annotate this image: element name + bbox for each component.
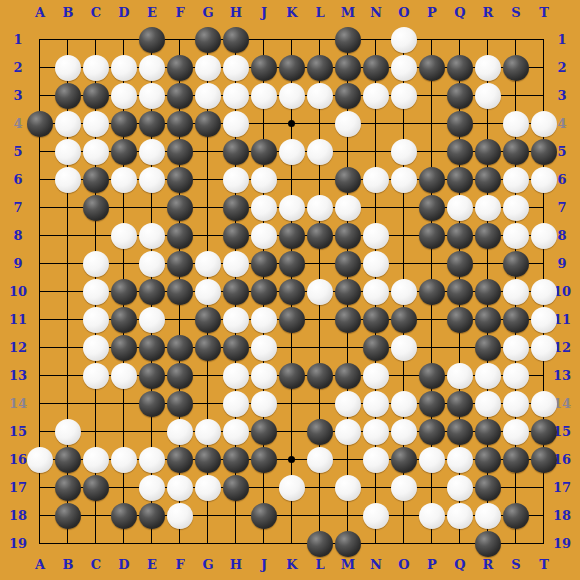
cell-S1[interactable] (502, 26, 530, 54)
cell-H17[interactable] (222, 474, 250, 502)
cell-D14[interactable] (110, 390, 138, 418)
cell-P7[interactable] (418, 194, 446, 222)
cell-F4[interactable] (166, 110, 194, 138)
cell-T11[interactable] (530, 306, 558, 334)
cell-Q7[interactable] (446, 194, 474, 222)
cell-H19[interactable] (222, 530, 250, 558)
cell-R10[interactable] (474, 278, 502, 306)
cell-G5[interactable] (194, 138, 222, 166)
cell-K17[interactable] (278, 474, 306, 502)
cell-L8[interactable] (306, 222, 334, 250)
cell-E7[interactable] (138, 194, 166, 222)
cell-K6[interactable] (278, 166, 306, 194)
cell-F1[interactable] (166, 26, 194, 54)
cell-M1[interactable] (334, 26, 362, 54)
cell-A4[interactable] (26, 110, 54, 138)
cell-T13[interactable] (530, 362, 558, 390)
cell-D11[interactable] (110, 306, 138, 334)
cell-B6[interactable] (54, 166, 82, 194)
cell-E11[interactable] (138, 306, 166, 334)
cell-F5[interactable] (166, 138, 194, 166)
cell-A7[interactable] (26, 194, 54, 222)
cell-E4[interactable] (138, 110, 166, 138)
cell-O1[interactable] (390, 26, 418, 54)
cell-F18[interactable] (166, 502, 194, 530)
cell-B1[interactable] (54, 26, 82, 54)
cell-E3[interactable] (138, 82, 166, 110)
cell-D7[interactable] (110, 194, 138, 222)
cell-R1[interactable] (474, 26, 502, 54)
cell-A3[interactable] (26, 82, 54, 110)
cell-T9[interactable] (530, 250, 558, 278)
cell-Q19[interactable] (446, 530, 474, 558)
cell-M9[interactable] (334, 250, 362, 278)
cell-B10[interactable] (54, 278, 82, 306)
cell-K4[interactable] (278, 110, 306, 138)
cell-J4[interactable] (250, 110, 278, 138)
cell-O5[interactable] (390, 138, 418, 166)
cell-B19[interactable] (54, 530, 82, 558)
cell-E16[interactable] (138, 446, 166, 474)
cell-M8[interactable] (334, 222, 362, 250)
cell-O15[interactable] (390, 418, 418, 446)
cell-J7[interactable] (250, 194, 278, 222)
cell-M19[interactable] (334, 530, 362, 558)
cell-K15[interactable] (278, 418, 306, 446)
cell-F9[interactable] (166, 250, 194, 278)
cell-S10[interactable] (502, 278, 530, 306)
cell-Q11[interactable] (446, 306, 474, 334)
cell-P18[interactable] (418, 502, 446, 530)
cell-J2[interactable] (250, 54, 278, 82)
cell-M11[interactable] (334, 306, 362, 334)
cell-S19[interactable] (502, 530, 530, 558)
cell-L5[interactable] (306, 138, 334, 166)
cell-E2[interactable] (138, 54, 166, 82)
cell-H14[interactable] (222, 390, 250, 418)
cell-A19[interactable] (26, 530, 54, 558)
cell-L6[interactable] (306, 166, 334, 194)
cell-C8[interactable] (82, 222, 110, 250)
cell-S9[interactable] (502, 250, 530, 278)
cell-G11[interactable] (194, 306, 222, 334)
cell-P1[interactable] (418, 26, 446, 54)
cell-Q5[interactable] (446, 138, 474, 166)
cell-A10[interactable] (26, 278, 54, 306)
cell-S4[interactable] (502, 110, 530, 138)
cell-P10[interactable] (418, 278, 446, 306)
cell-S14[interactable] (502, 390, 530, 418)
cell-N13[interactable] (362, 362, 390, 390)
cell-J9[interactable] (250, 250, 278, 278)
cell-H3[interactable] (222, 82, 250, 110)
cell-B12[interactable] (54, 334, 82, 362)
cell-G8[interactable] (194, 222, 222, 250)
cell-K5[interactable] (278, 138, 306, 166)
cell-C5[interactable] (82, 138, 110, 166)
cell-P15[interactable] (418, 418, 446, 446)
cell-H7[interactable] (222, 194, 250, 222)
cell-C10[interactable] (82, 278, 110, 306)
cell-S2[interactable] (502, 54, 530, 82)
cell-P13[interactable] (418, 362, 446, 390)
cell-M12[interactable] (334, 334, 362, 362)
cell-H5[interactable] (222, 138, 250, 166)
cell-L3[interactable] (306, 82, 334, 110)
cell-B2[interactable] (54, 54, 82, 82)
cell-R9[interactable] (474, 250, 502, 278)
cell-A9[interactable] (26, 250, 54, 278)
cell-Q18[interactable] (446, 502, 474, 530)
cell-Q2[interactable] (446, 54, 474, 82)
cell-J1[interactable] (250, 26, 278, 54)
cell-R16[interactable] (474, 446, 502, 474)
cell-A1[interactable] (26, 26, 54, 54)
cell-H6[interactable] (222, 166, 250, 194)
cell-D13[interactable] (110, 362, 138, 390)
cell-H2[interactable] (222, 54, 250, 82)
cell-N11[interactable] (362, 306, 390, 334)
cell-B17[interactable] (54, 474, 82, 502)
cell-C3[interactable] (82, 82, 110, 110)
cell-G12[interactable] (194, 334, 222, 362)
cell-N10[interactable] (362, 278, 390, 306)
cell-K14[interactable] (278, 390, 306, 418)
cell-O12[interactable] (390, 334, 418, 362)
cell-P5[interactable] (418, 138, 446, 166)
cell-B18[interactable] (54, 502, 82, 530)
cell-J6[interactable] (250, 166, 278, 194)
cell-F17[interactable] (166, 474, 194, 502)
cell-C12[interactable] (82, 334, 110, 362)
cell-C11[interactable] (82, 306, 110, 334)
cell-M4[interactable] (334, 110, 362, 138)
cell-M16[interactable] (334, 446, 362, 474)
cell-P6[interactable] (418, 166, 446, 194)
cell-R19[interactable] (474, 530, 502, 558)
cell-S16[interactable] (502, 446, 530, 474)
cell-P16[interactable] (418, 446, 446, 474)
cell-A12[interactable] (26, 334, 54, 362)
cell-A11[interactable] (26, 306, 54, 334)
cell-O16[interactable] (390, 446, 418, 474)
cell-D9[interactable] (110, 250, 138, 278)
cell-S12[interactable] (502, 334, 530, 362)
cell-Q9[interactable] (446, 250, 474, 278)
cell-E19[interactable] (138, 530, 166, 558)
cell-D10[interactable] (110, 278, 138, 306)
cell-M5[interactable] (334, 138, 362, 166)
cell-D1[interactable] (110, 26, 138, 54)
cell-D2[interactable] (110, 54, 138, 82)
cell-H12[interactable] (222, 334, 250, 362)
cell-R15[interactable] (474, 418, 502, 446)
cell-N16[interactable] (362, 446, 390, 474)
cell-P8[interactable] (418, 222, 446, 250)
cell-C17[interactable] (82, 474, 110, 502)
cell-E6[interactable] (138, 166, 166, 194)
cell-F14[interactable] (166, 390, 194, 418)
cell-M15[interactable] (334, 418, 362, 446)
cell-O6[interactable] (390, 166, 418, 194)
cell-R8[interactable] (474, 222, 502, 250)
cell-T12[interactable] (530, 334, 558, 362)
cell-J18[interactable] (250, 502, 278, 530)
cell-Q6[interactable] (446, 166, 474, 194)
cell-Q16[interactable] (446, 446, 474, 474)
cell-J10[interactable] (250, 278, 278, 306)
cell-P9[interactable] (418, 250, 446, 278)
cell-G16[interactable] (194, 446, 222, 474)
cell-L12[interactable] (306, 334, 334, 362)
cell-R12[interactable] (474, 334, 502, 362)
cell-P11[interactable] (418, 306, 446, 334)
cell-F8[interactable] (166, 222, 194, 250)
cell-N1[interactable] (362, 26, 390, 54)
cell-P4[interactable] (418, 110, 446, 138)
cell-H1[interactable] (222, 26, 250, 54)
cell-H11[interactable] (222, 306, 250, 334)
cell-F3[interactable] (166, 82, 194, 110)
cell-L7[interactable] (306, 194, 334, 222)
cell-Q8[interactable] (446, 222, 474, 250)
cell-E18[interactable] (138, 502, 166, 530)
cell-O7[interactable] (390, 194, 418, 222)
cell-A6[interactable] (26, 166, 54, 194)
cell-G1[interactable] (194, 26, 222, 54)
cell-C16[interactable] (82, 446, 110, 474)
cell-T8[interactable] (530, 222, 558, 250)
cell-T6[interactable] (530, 166, 558, 194)
cell-L18[interactable] (306, 502, 334, 530)
cell-J16[interactable] (250, 446, 278, 474)
cell-L1[interactable] (306, 26, 334, 54)
cell-P2[interactable] (418, 54, 446, 82)
cell-K7[interactable] (278, 194, 306, 222)
cell-T17[interactable] (530, 474, 558, 502)
cell-M10[interactable] (334, 278, 362, 306)
cell-T3[interactable] (530, 82, 558, 110)
cell-T4[interactable] (530, 110, 558, 138)
cell-S7[interactable] (502, 194, 530, 222)
cell-S5[interactable] (502, 138, 530, 166)
cell-F2[interactable] (166, 54, 194, 82)
cell-O13[interactable] (390, 362, 418, 390)
cell-C4[interactable] (82, 110, 110, 138)
cell-L19[interactable] (306, 530, 334, 558)
cell-G13[interactable] (194, 362, 222, 390)
cell-Q12[interactable] (446, 334, 474, 362)
cell-A14[interactable] (26, 390, 54, 418)
cell-O10[interactable] (390, 278, 418, 306)
cell-T18[interactable] (530, 502, 558, 530)
cell-B4[interactable] (54, 110, 82, 138)
cell-L16[interactable] (306, 446, 334, 474)
cell-C7[interactable] (82, 194, 110, 222)
cell-D5[interactable] (110, 138, 138, 166)
cell-K11[interactable] (278, 306, 306, 334)
cell-E12[interactable] (138, 334, 166, 362)
cell-P17[interactable] (418, 474, 446, 502)
cell-H10[interactable] (222, 278, 250, 306)
cell-A15[interactable] (26, 418, 54, 446)
cell-J13[interactable] (250, 362, 278, 390)
cell-Q15[interactable] (446, 418, 474, 446)
cell-J14[interactable] (250, 390, 278, 418)
cell-B14[interactable] (54, 390, 82, 418)
cell-G14[interactable] (194, 390, 222, 418)
cell-H13[interactable] (222, 362, 250, 390)
cell-H4[interactable] (222, 110, 250, 138)
cell-J19[interactable] (250, 530, 278, 558)
cell-G18[interactable] (194, 502, 222, 530)
cell-C15[interactable] (82, 418, 110, 446)
cell-H16[interactable] (222, 446, 250, 474)
cell-R3[interactable] (474, 82, 502, 110)
cell-J15[interactable] (250, 418, 278, 446)
cell-L9[interactable] (306, 250, 334, 278)
cell-F12[interactable] (166, 334, 194, 362)
cell-R17[interactable] (474, 474, 502, 502)
cell-F10[interactable] (166, 278, 194, 306)
cell-A2[interactable] (26, 54, 54, 82)
cell-P3[interactable] (418, 82, 446, 110)
cell-M18[interactable] (334, 502, 362, 530)
cell-N12[interactable] (362, 334, 390, 362)
cell-Q14[interactable] (446, 390, 474, 418)
cell-O18[interactable] (390, 502, 418, 530)
cell-R5[interactable] (474, 138, 502, 166)
cell-C19[interactable] (82, 530, 110, 558)
cell-R2[interactable] (474, 54, 502, 82)
cell-D8[interactable] (110, 222, 138, 250)
cell-S13[interactable] (502, 362, 530, 390)
cell-A18[interactable] (26, 502, 54, 530)
cell-K9[interactable] (278, 250, 306, 278)
cell-J12[interactable] (250, 334, 278, 362)
cell-G10[interactable] (194, 278, 222, 306)
cell-D3[interactable] (110, 82, 138, 110)
cell-A17[interactable] (26, 474, 54, 502)
cell-F15[interactable] (166, 418, 194, 446)
cell-N18[interactable] (362, 502, 390, 530)
cell-B3[interactable] (54, 82, 82, 110)
cell-N15[interactable] (362, 418, 390, 446)
cell-H18[interactable] (222, 502, 250, 530)
cell-E9[interactable] (138, 250, 166, 278)
cell-Q13[interactable] (446, 362, 474, 390)
cell-M7[interactable] (334, 194, 362, 222)
cell-C2[interactable] (82, 54, 110, 82)
cell-H9[interactable] (222, 250, 250, 278)
cell-O2[interactable] (390, 54, 418, 82)
cell-J3[interactable] (250, 82, 278, 110)
cell-L11[interactable] (306, 306, 334, 334)
cell-O8[interactable] (390, 222, 418, 250)
cell-L4[interactable] (306, 110, 334, 138)
cell-C9[interactable] (82, 250, 110, 278)
cell-D6[interactable] (110, 166, 138, 194)
cell-D17[interactable] (110, 474, 138, 502)
cell-T19[interactable] (530, 530, 558, 558)
cell-M14[interactable] (334, 390, 362, 418)
cell-G6[interactable] (194, 166, 222, 194)
cell-D16[interactable] (110, 446, 138, 474)
cell-T16[interactable] (530, 446, 558, 474)
cell-H15[interactable] (222, 418, 250, 446)
cell-K12[interactable] (278, 334, 306, 362)
cell-K8[interactable] (278, 222, 306, 250)
cell-K13[interactable] (278, 362, 306, 390)
cell-J11[interactable] (250, 306, 278, 334)
cell-R18[interactable] (474, 502, 502, 530)
cell-S11[interactable] (502, 306, 530, 334)
cell-O19[interactable] (390, 530, 418, 558)
cell-N3[interactable] (362, 82, 390, 110)
cell-A16[interactable] (26, 446, 54, 474)
cell-G7[interactable] (194, 194, 222, 222)
cell-O9[interactable] (390, 250, 418, 278)
cell-O4[interactable] (390, 110, 418, 138)
cell-O3[interactable] (390, 82, 418, 110)
cell-C1[interactable] (82, 26, 110, 54)
cell-E1[interactable] (138, 26, 166, 54)
cell-C14[interactable] (82, 390, 110, 418)
cell-F11[interactable] (166, 306, 194, 334)
cell-S15[interactable] (502, 418, 530, 446)
cell-N7[interactable] (362, 194, 390, 222)
cell-N8[interactable] (362, 222, 390, 250)
cell-S18[interactable] (502, 502, 530, 530)
cell-R11[interactable] (474, 306, 502, 334)
cell-T14[interactable] (530, 390, 558, 418)
cell-R7[interactable] (474, 194, 502, 222)
cell-M17[interactable] (334, 474, 362, 502)
cell-G3[interactable] (194, 82, 222, 110)
cell-L13[interactable] (306, 362, 334, 390)
cell-L10[interactable] (306, 278, 334, 306)
cell-C13[interactable] (82, 362, 110, 390)
cell-B7[interactable] (54, 194, 82, 222)
cell-M6[interactable] (334, 166, 362, 194)
cell-R6[interactable] (474, 166, 502, 194)
cell-F6[interactable] (166, 166, 194, 194)
cell-S17[interactable] (502, 474, 530, 502)
cell-F7[interactable] (166, 194, 194, 222)
cell-Q17[interactable] (446, 474, 474, 502)
cell-T7[interactable] (530, 194, 558, 222)
cell-A8[interactable] (26, 222, 54, 250)
cell-O14[interactable] (390, 390, 418, 418)
cell-R13[interactable] (474, 362, 502, 390)
cell-T2[interactable] (530, 54, 558, 82)
cell-P19[interactable] (418, 530, 446, 558)
cell-O11[interactable] (390, 306, 418, 334)
cell-T15[interactable] (530, 418, 558, 446)
cell-L2[interactable] (306, 54, 334, 82)
cell-D12[interactable] (110, 334, 138, 362)
cell-B11[interactable] (54, 306, 82, 334)
cell-K16[interactable] (278, 446, 306, 474)
cell-P12[interactable] (418, 334, 446, 362)
cell-K19[interactable] (278, 530, 306, 558)
cell-E13[interactable] (138, 362, 166, 390)
cell-T1[interactable] (530, 26, 558, 54)
cell-D15[interactable] (110, 418, 138, 446)
cell-S8[interactable] (502, 222, 530, 250)
cell-G4[interactable] (194, 110, 222, 138)
cell-H8[interactable] (222, 222, 250, 250)
